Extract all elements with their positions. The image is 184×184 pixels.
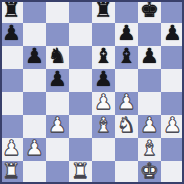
piece-white-rook[interactable]: ♜ xyxy=(71,161,90,183)
piece-black-pawn[interactable]: ♟ xyxy=(48,69,67,91)
square-c4[interactable] xyxy=(46,92,69,115)
square-g3[interactable]: ♟ xyxy=(138,115,161,138)
piece-black-bishop[interactable]: ♝ xyxy=(94,46,113,68)
square-c3[interactable]: ♟ xyxy=(46,115,69,138)
square-f3[interactable]: ♞ xyxy=(115,115,138,138)
square-g1[interactable]: ♚ xyxy=(138,161,161,184)
piece-white-pawn[interactable]: ♟ xyxy=(94,92,113,114)
square-f4[interactable]: ♟ xyxy=(115,92,138,115)
square-f8[interactable] xyxy=(115,0,138,23)
square-d4[interactable] xyxy=(69,92,92,115)
square-c2[interactable] xyxy=(46,138,69,161)
piece-black-pawn[interactable]: ♟ xyxy=(94,69,113,91)
square-a4[interactable] xyxy=(0,92,23,115)
square-g5[interactable] xyxy=(138,69,161,92)
piece-black-pawn[interactable]: ♟ xyxy=(163,23,182,45)
piece-black-knight[interactable]: ♞ xyxy=(48,46,67,68)
piece-white-bishop[interactable]: ♝ xyxy=(94,115,113,137)
square-h5[interactable] xyxy=(161,69,184,92)
square-b3[interactable] xyxy=(23,115,46,138)
piece-black-pawn[interactable]: ♟ xyxy=(2,23,21,45)
piece-white-knight[interactable]: ♞ xyxy=(117,115,136,137)
square-f2[interactable] xyxy=(115,138,138,161)
piece-black-pawn[interactable]: ♟ xyxy=(117,23,136,45)
square-c1[interactable] xyxy=(46,161,69,184)
square-c7[interactable] xyxy=(46,23,69,46)
square-e1[interactable] xyxy=(92,161,115,184)
square-e5[interactable]: ♟ xyxy=(92,69,115,92)
square-h6[interactable] xyxy=(161,46,184,69)
square-e2[interactable] xyxy=(92,138,115,161)
square-f6[interactable]: ♝ xyxy=(115,46,138,69)
square-d2[interactable] xyxy=(69,138,92,161)
piece-black-king[interactable]: ♚ xyxy=(140,0,159,22)
square-h2[interactable] xyxy=(161,138,184,161)
square-g6[interactable]: ♟ xyxy=(138,46,161,69)
square-g8[interactable]: ♚ xyxy=(138,0,161,23)
piece-white-pawn[interactable]: ♟ xyxy=(117,92,136,114)
square-d3[interactable] xyxy=(69,115,92,138)
square-h7[interactable]: ♟ xyxy=(161,23,184,46)
square-a7[interactable]: ♟ xyxy=(0,23,23,46)
square-h4[interactable] xyxy=(161,92,184,115)
square-g7[interactable] xyxy=(138,23,161,46)
chess-board-wrap: ♜♜♚♟♟♟♟♞♝♝♟♟♟♟♟♟♝♞♟♟♟♟♝♜♜♚ xyxy=(0,0,184,184)
square-e4[interactable]: ♟ xyxy=(92,92,115,115)
square-c5[interactable]: ♟ xyxy=(46,69,69,92)
square-d7[interactable] xyxy=(69,23,92,46)
square-b8[interactable] xyxy=(23,0,46,23)
piece-white-pawn[interactable]: ♟ xyxy=(140,115,159,137)
square-b6[interactable]: ♟ xyxy=(23,46,46,69)
square-b5[interactable] xyxy=(23,69,46,92)
square-b2[interactable]: ♟ xyxy=(23,138,46,161)
square-a3[interactable] xyxy=(0,115,23,138)
piece-black-rook[interactable]: ♜ xyxy=(2,0,21,22)
square-e3[interactable]: ♝ xyxy=(92,115,115,138)
piece-white-pawn[interactable]: ♟ xyxy=(25,138,44,160)
square-b7[interactable] xyxy=(23,23,46,46)
piece-black-pawn[interactable]: ♟ xyxy=(140,46,159,68)
piece-white-pawn[interactable]: ♟ xyxy=(48,115,67,137)
square-h3[interactable]: ♟ xyxy=(161,115,184,138)
square-d8[interactable] xyxy=(69,0,92,23)
piece-black-bishop[interactable]: ♝ xyxy=(117,46,136,68)
square-f7[interactable]: ♟ xyxy=(115,23,138,46)
square-c8[interactable] xyxy=(46,0,69,23)
piece-white-pawn[interactable]: ♟ xyxy=(2,138,21,160)
piece-black-rook[interactable]: ♜ xyxy=(94,0,113,22)
square-c6[interactable]: ♞ xyxy=(46,46,69,69)
square-d5[interactable] xyxy=(69,69,92,92)
square-g2[interactable]: ♝ xyxy=(138,138,161,161)
square-e6[interactable]: ♝ xyxy=(92,46,115,69)
square-g4[interactable] xyxy=(138,92,161,115)
square-h1[interactable] xyxy=(161,161,184,184)
square-a2[interactable]: ♟ xyxy=(0,138,23,161)
square-d6[interactable] xyxy=(69,46,92,69)
piece-black-pawn[interactable]: ♟ xyxy=(25,46,44,68)
piece-white-bishop[interactable]: ♝ xyxy=(140,138,159,160)
square-b1[interactable] xyxy=(23,161,46,184)
piece-white-pawn[interactable]: ♟ xyxy=(163,115,182,137)
chess-board: ♜♜♚♟♟♟♟♞♝♝♟♟♟♟♟♟♝♞♟♟♟♟♝♜♜♚ xyxy=(0,0,184,184)
square-a5[interactable] xyxy=(0,69,23,92)
square-d1[interactable]: ♜ xyxy=(69,161,92,184)
square-e8[interactable]: ♜ xyxy=(92,0,115,23)
square-a8[interactable]: ♜ xyxy=(0,0,23,23)
square-b4[interactable] xyxy=(23,92,46,115)
square-a1[interactable]: ♜ xyxy=(0,161,23,184)
square-e7[interactable] xyxy=(92,23,115,46)
square-f1[interactable] xyxy=(115,161,138,184)
piece-white-rook[interactable]: ♜ xyxy=(2,161,21,183)
square-h8[interactable] xyxy=(161,0,184,23)
square-a6[interactable] xyxy=(0,46,23,69)
piece-white-king[interactable]: ♚ xyxy=(140,161,159,183)
square-f5[interactable] xyxy=(115,69,138,92)
